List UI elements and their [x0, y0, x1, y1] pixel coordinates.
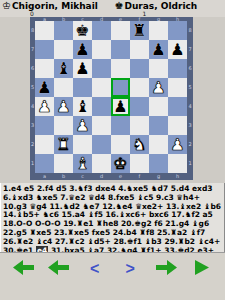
square-h8[interactable] — [168, 21, 187, 40]
square-e3[interactable] — [111, 116, 130, 135]
players-header: ♔ Chigorin, Mikhail 0 ♚ Duras, Oldrich 1 — [0, 0, 225, 17]
square-f5[interactable] — [130, 78, 149, 97]
navigation-toolbar: < > — [0, 252, 225, 300]
square-g7[interactable]: ♟ — [149, 40, 168, 59]
rank-label: 5 — [187, 78, 193, 97]
square-c2[interactable] — [73, 135, 92, 154]
piece-white-king: ♚ — [113, 154, 127, 173]
square-f8[interactable]: ♜ — [130, 21, 149, 40]
square-d2[interactable] — [92, 135, 111, 154]
white-player: ♔ Chigorin, Mikhail 0 — [0, 0, 113, 17]
square-h5[interactable] — [168, 78, 187, 97]
square-g5[interactable]: ♟ — [149, 78, 168, 97]
square-h1[interactable] — [168, 154, 187, 173]
piece-white-pawn: ♟ — [37, 97, 51, 116]
piece-white-rook: ♜ — [56, 135, 70, 154]
chevron-left-icon: < — [90, 261, 99, 277]
piece-white-bishop: ♝ — [75, 154, 89, 173]
square-e5[interactable] — [111, 78, 130, 97]
file-label: h — [168, 173, 187, 180]
square-c8[interactable]: ♚ — [73, 21, 92, 40]
piece-black-king: ♚ — [75, 21, 89, 40]
black-king-icon: ♚ — [115, 1, 124, 11]
piece-black-pawn: ♟ — [75, 40, 89, 59]
white-king-icon: ♔ — [2, 1, 11, 11]
square-a1[interactable] — [35, 154, 54, 173]
board-corner — [187, 173, 193, 180]
square-d3[interactable] — [92, 116, 111, 135]
square-a6[interactable] — [35, 59, 54, 78]
piece-white-pawn: ♟ — [75, 116, 89, 135]
piece-black-bishop: ♝ — [56, 59, 70, 78]
square-d4[interactable] — [92, 97, 111, 116]
piece-black-pawn: ♟ — [37, 78, 51, 97]
square-d1[interactable] — [92, 154, 111, 173]
white-player-name: Chigorin, Mikhail — [12, 2, 98, 11]
file-label: g — [149, 173, 168, 180]
previous-move-button[interactable] — [46, 259, 72, 279]
square-b4[interactable]: ♟ — [54, 97, 73, 116]
step-forward-button[interactable]: > — [117, 259, 143, 279]
square-d5[interactable] — [92, 78, 111, 97]
square-b7[interactable] — [54, 40, 73, 59]
play-button[interactable] — [188, 259, 214, 279]
square-b2[interactable]: ♜ — [54, 135, 73, 154]
square-b8[interactable] — [54, 21, 73, 40]
square-e8[interactable] — [111, 21, 130, 40]
square-b1[interactable] — [54, 154, 73, 173]
arrow-left-icon — [48, 260, 70, 278]
square-d7[interactable] — [92, 40, 111, 59]
square-h4[interactable] — [168, 97, 187, 116]
go-to-start-button[interactable] — [11, 259, 37, 279]
rank-label: 3 — [187, 116, 193, 135]
next-move-button[interactable] — [153, 259, 179, 279]
arrow-left-icon — [13, 260, 35, 278]
piece-black-pawn: ♟ — [151, 40, 165, 59]
file-label: f — [130, 173, 149, 180]
square-d6[interactable] — [92, 59, 111, 78]
square-g6[interactable] — [149, 59, 168, 78]
square-f1[interactable] — [130, 154, 149, 173]
piece-white-pawn: ♟ — [170, 135, 184, 154]
square-c1[interactable]: ♝ — [73, 154, 92, 173]
piece-white-pawn: ♟ — [56, 97, 70, 116]
square-a4[interactable]: ♟ — [35, 97, 54, 116]
square-a2[interactable] — [35, 135, 54, 154]
square-c6[interactable]: ♟ — [73, 59, 92, 78]
square-h3[interactable] — [168, 116, 187, 135]
file-label: a — [35, 173, 54, 180]
square-a8[interactable] — [35, 21, 54, 40]
square-a7[interactable] — [35, 40, 54, 59]
square-c3[interactable]: ♟ — [73, 116, 92, 135]
square-c7[interactable]: ♟ — [73, 40, 92, 59]
rank-label: 7 — [187, 40, 193, 59]
piece-black-rook: ♜ — [132, 21, 146, 40]
square-h2[interactable]: ♟ — [168, 135, 187, 154]
square-e7[interactable] — [111, 40, 130, 59]
square-g3[interactable] — [149, 116, 168, 135]
square-d8[interactable] — [92, 21, 111, 40]
moves-before-current: 1.e4 e5 2.f4 d5 3.♞f3 dxe4 4.♞xe5 ♞d7 5.… — [3, 184, 221, 252]
square-g2[interactable] — [149, 135, 168, 154]
square-h6[interactable] — [168, 59, 187, 78]
square-g4[interactable] — [149, 97, 168, 116]
rank-label: 8 — [187, 21, 193, 40]
piece-white-pawn: ♟ — [151, 78, 165, 97]
piece-black-bishop: ♝ — [75, 97, 89, 116]
chevron-right-icon: > — [126, 261, 135, 277]
chess-board: abcdefgh8♚♜87♟♟♟76♝♟65♟♟54♟♟♝♟43♟32♜♞♟21… — [30, 17, 193, 180]
square-a3[interactable] — [35, 116, 54, 135]
rank-label: 6 — [187, 59, 193, 78]
move-list[interactable]: 1.e4 e5 2.f4 d5 3.♞f3 dxe4 4.♞xe5 ♞d7 5.… — [0, 183, 225, 252]
rank-label: 4 — [187, 97, 193, 116]
step-back-button[interactable]: < — [82, 259, 108, 279]
square-f3[interactable] — [130, 116, 149, 135]
square-f2[interactable]: ♞ — [130, 135, 149, 154]
square-h7[interactable]: ♟ — [168, 40, 187, 59]
black-player-name: Duras, Oldrich — [124, 2, 197, 11]
square-e4[interactable]: ♟ — [111, 97, 130, 116]
square-e6[interactable] — [111, 59, 130, 78]
square-b6[interactable]: ♝ — [54, 59, 73, 78]
square-c4[interactable]: ♝ — [73, 97, 92, 116]
rank-label: 1 — [187, 154, 193, 173]
piece-black-pawn: ♟ — [170, 40, 184, 59]
file-label: e — [111, 173, 130, 180]
square-f4[interactable] — [130, 97, 149, 116]
square-g1[interactable] — [149, 154, 168, 173]
black-player: ♚ Duras, Oldrich 1 — [113, 0, 226, 17]
piece-black-pawn: ♟ — [75, 59, 89, 78]
piece-black-pawn: ♟ — [113, 97, 127, 116]
rank-label: 2 — [187, 135, 193, 154]
square-a5[interactable]: ♟ — [35, 78, 54, 97]
chess-app: ♔ Chigorin, Mikhail 0 ♚ Duras, Oldrich 1… — [0, 0, 225, 300]
square-f6[interactable] — [130, 59, 149, 78]
square-b5[interactable] — [54, 78, 73, 97]
square-e1[interactable]: ♚ — [111, 154, 130, 173]
file-label: b — [54, 173, 73, 180]
square-g8[interactable] — [149, 21, 168, 40]
square-b3[interactable] — [54, 116, 73, 135]
square-e2[interactable] — [111, 135, 130, 154]
square-c5[interactable] — [73, 78, 92, 97]
square-f7[interactable] — [130, 40, 149, 59]
arrow-right-icon — [155, 260, 177, 278]
piece-white-knight: ♞ — [132, 135, 146, 154]
play-icon — [193, 259, 210, 279]
file-label: c — [73, 173, 92, 180]
file-label: d — [92, 173, 111, 180]
